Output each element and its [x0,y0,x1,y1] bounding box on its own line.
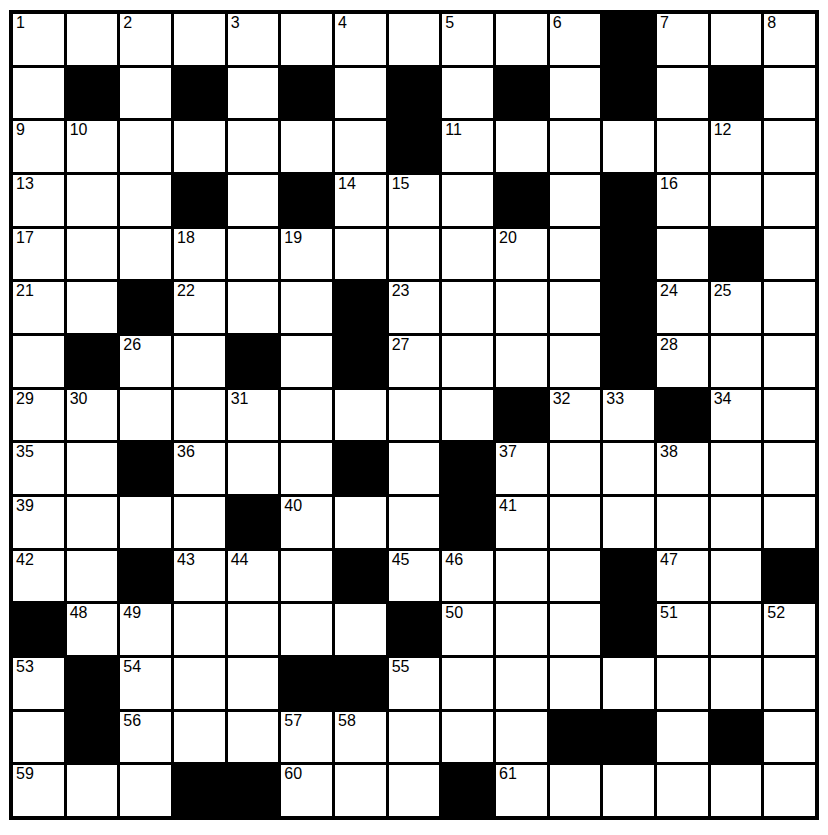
cell-r7c10[interactable] [496,336,547,387]
clue-number: 13 [16,176,34,193]
clue-number: 1 [16,15,25,32]
cell-r11c11[interactable] [550,551,601,602]
clue-number: 52 [767,605,785,622]
cell-r15c7[interactable] [335,765,386,816]
cell-r5c13[interactable] [657,229,708,280]
cell-r2c3[interactable] [120,68,171,119]
clue-number: 18 [177,230,195,247]
cell-r5c4[interactable]: 18 [174,229,225,280]
cell-r7c13[interactable]: 28 [657,336,708,387]
cell-r2c15[interactable] [764,68,815,119]
cell-r7c3[interactable]: 26 [120,336,171,387]
cell-r6c7 [335,282,386,333]
cell-r6c4[interactable]: 22 [174,282,225,333]
cell-r4c11[interactable] [550,175,601,226]
cell-r5c10[interactable]: 20 [496,229,547,280]
cell-r4c2[interactable] [67,175,118,226]
cell-r14c2 [67,712,118,763]
cell-r14c15[interactable] [764,712,815,763]
cell-r1c6[interactable] [281,14,332,65]
cell-r3c3[interactable] [120,121,171,172]
clue-number: 54 [123,659,141,676]
clue-number: 24 [660,283,678,300]
clue-number: 28 [660,337,678,354]
cell-r14c12 [603,712,654,763]
cell-r8c10 [496,390,547,441]
clue-number: 33 [606,391,624,408]
cell-r3c5[interactable] [228,121,279,172]
cell-r10c2[interactable] [67,497,118,548]
cell-r4c4 [174,175,225,226]
cell-r7c2 [67,336,118,387]
cell-r10c14[interactable] [711,497,762,548]
cell-r1c9[interactable]: 5 [442,14,493,65]
cell-r2c9[interactable] [442,68,493,119]
cell-r15c2[interactable] [67,765,118,816]
cell-r4c14[interactable] [711,175,762,226]
cell-r13c11[interactable] [550,658,601,709]
cell-r11c4[interactable]: 43 [174,551,225,602]
cell-r15c5 [228,765,279,816]
cell-r3c9[interactable]: 11 [442,121,493,172]
cell-r5c3[interactable] [120,229,171,280]
cell-r13c6 [281,658,332,709]
cell-r10c15[interactable] [764,497,815,548]
clue-number: 3 [231,15,240,32]
cell-r7c4[interactable] [174,336,225,387]
cell-r7c8[interactable]: 27 [389,336,440,387]
cell-r11c13[interactable]: 47 [657,551,708,602]
cell-r9c7 [335,443,386,494]
clue-number: 31 [231,391,249,408]
cell-r5c2[interactable] [67,229,118,280]
clue-number: 36 [177,444,195,461]
cell-r11c1[interactable]: 42 [13,551,64,602]
clue-number: 41 [499,498,517,515]
cell-r9c2[interactable] [67,443,118,494]
cell-r8c9[interactable] [442,390,493,441]
cell-r3c2[interactable]: 10 [67,121,118,172]
cell-r2c4 [174,68,225,119]
cell-r3c4[interactable] [174,121,225,172]
cell-r2c10 [496,68,547,119]
cell-r12c2[interactable]: 48 [67,604,118,655]
cell-r8c8[interactable] [389,390,440,441]
cell-r11c15 [764,551,815,602]
cell-r9c4[interactable]: 36 [174,443,225,494]
cell-r15c15[interactable] [764,765,815,816]
cell-r14c3[interactable]: 56 [120,712,171,763]
cell-r12c14[interactable] [711,604,762,655]
cell-r11c6[interactable] [281,551,332,602]
cell-r9c14[interactable] [711,443,762,494]
cell-r3c8 [389,121,440,172]
clue-number: 39 [16,498,34,515]
cell-r13c8[interactable]: 55 [389,658,440,709]
cell-r3c10[interactable] [496,121,547,172]
cell-r6c2[interactable] [67,282,118,333]
cell-r7c1[interactable] [13,336,64,387]
cell-r8c5[interactable]: 31 [228,390,279,441]
clue-number: 38 [660,444,678,461]
cell-r12c12 [603,604,654,655]
clue-number: 35 [16,444,34,461]
cell-r12c11[interactable] [550,604,601,655]
cell-r13c12[interactable] [603,658,654,709]
cell-r15c13[interactable] [657,765,708,816]
cell-r1c14[interactable] [711,14,762,65]
cell-r13c5[interactable] [228,658,279,709]
cell-r14c1[interactable] [13,712,64,763]
cell-r2c5[interactable] [228,68,279,119]
cell-r11c2[interactable] [67,551,118,602]
cell-r6c5[interactable] [228,282,279,333]
cell-r15c3[interactable] [120,765,171,816]
cell-r8c14[interactable]: 34 [711,390,762,441]
cell-r12c5[interactable] [228,604,279,655]
cell-r14c10[interactable] [496,712,547,763]
cell-r15c4 [174,765,225,816]
cell-r9c11[interactable] [550,443,601,494]
cell-r11c10[interactable] [496,551,547,602]
cell-r15c1[interactable]: 59 [13,765,64,816]
cell-r6c12 [603,282,654,333]
cell-r14c5[interactable] [228,712,279,763]
cell-r3c15[interactable] [764,121,815,172]
cell-r14c14 [711,712,762,763]
cell-r13c10[interactable] [496,658,547,709]
cell-r2c7[interactable] [335,68,386,119]
clue-number: 29 [16,391,34,408]
cell-r3c12[interactable] [603,121,654,172]
cell-r7c9[interactable] [442,336,493,387]
cell-r12c8 [389,604,440,655]
cell-r4c10 [496,175,547,226]
cell-r11c12 [603,551,654,602]
cell-r12c4[interactable] [174,604,225,655]
clue-number: 23 [392,283,410,300]
clue-number: 34 [714,391,732,408]
cell-r10c1[interactable]: 39 [13,497,64,548]
clue-number: 2 [123,15,132,32]
cell-r5c9[interactable] [442,229,493,280]
clue-number: 8 [767,15,776,32]
cell-r1c11[interactable]: 6 [550,14,601,65]
cell-r1c1[interactable]: 1 [13,14,64,65]
cell-r4c13[interactable]: 16 [657,175,708,226]
cell-r15c8[interactable] [389,765,440,816]
clue-number: 48 [70,605,88,622]
cell-r3c1[interactable]: 9 [13,121,64,172]
cell-r5c12 [603,229,654,280]
clue-number: 22 [177,283,195,300]
cell-r8c4[interactable] [174,390,225,441]
cell-r6c1[interactable]: 21 [13,282,64,333]
cell-r7c14[interactable] [711,336,762,387]
cell-r10c10[interactable]: 41 [496,497,547,548]
clue-number: 55 [392,659,410,676]
cell-r1c13[interactable]: 7 [657,14,708,65]
cell-r8c1[interactable]: 29 [13,390,64,441]
cell-r6c10[interactable] [496,282,547,333]
clue-number: 46 [445,552,463,569]
cell-r7c15[interactable] [764,336,815,387]
cell-r14c11 [550,712,601,763]
cell-r4c7[interactable]: 14 [335,175,386,226]
cell-r12c13[interactable]: 51 [657,604,708,655]
cell-r2c8 [389,68,440,119]
clue-number: 37 [499,444,517,461]
cell-r1c5[interactable]: 3 [228,14,279,65]
clue-number: 20 [499,230,517,247]
cell-r6c6[interactable] [281,282,332,333]
crossword-grid: 1234567891011121314151617181920212223242… [9,10,819,820]
cell-r14c6[interactable]: 57 [281,712,332,763]
clue-number: 11 [445,122,462,139]
clue-number: 19 [284,230,302,247]
cell-r2c11[interactable] [550,68,601,119]
cell-r11c14[interactable] [711,551,762,602]
cell-r15c12[interactable] [603,765,654,816]
cell-r7c6[interactable] [281,336,332,387]
cell-r4c9[interactable] [442,175,493,226]
cell-r9c10[interactable]: 37 [496,443,547,494]
cell-r13c15[interactable] [764,658,815,709]
cell-r3c11[interactable] [550,121,601,172]
cell-r1c2[interactable] [67,14,118,65]
cell-r4c12 [603,175,654,226]
cell-r5c15[interactable] [764,229,815,280]
clue-number: 7 [660,15,669,32]
cell-r6c9[interactable] [442,282,493,333]
cell-r4c3[interactable] [120,175,171,226]
clue-number: 50 [445,605,463,622]
cell-r12c10[interactable] [496,604,547,655]
clue-number: 26 [123,337,141,354]
cell-r3c14[interactable]: 12 [711,121,762,172]
cell-r5c5[interactable] [228,229,279,280]
cell-r10c3[interactable] [120,497,171,548]
cell-r7c7 [335,336,386,387]
cell-r9c1[interactable]: 35 [13,443,64,494]
cell-r5c6[interactable]: 19 [281,229,332,280]
cell-r11c7 [335,551,386,602]
cell-r6c15[interactable] [764,282,815,333]
cell-r10c12[interactable] [603,497,654,548]
clue-number: 6 [553,15,562,32]
cell-r5c8[interactable] [389,229,440,280]
cell-r10c8[interactable] [389,497,440,548]
cell-r8c11[interactable]: 32 [550,390,601,441]
cell-r9c5[interactable] [228,443,279,494]
cell-r15c11[interactable] [550,765,601,816]
cell-r8c13 [657,390,708,441]
cell-r15c10[interactable]: 61 [496,765,547,816]
cell-r1c8[interactable] [389,14,440,65]
cell-r2c6 [281,68,332,119]
cell-r10c5 [228,497,279,548]
cell-r13c4[interactable] [174,658,225,709]
cell-r11c8[interactable]: 45 [389,551,440,602]
cell-r10c7[interactable] [335,497,386,548]
cell-r3c6[interactable] [281,121,332,172]
cell-r6c14[interactable]: 25 [711,282,762,333]
cell-r12c15[interactable]: 52 [764,604,815,655]
cell-r14c7[interactable]: 58 [335,712,386,763]
clue-number: 53 [16,659,34,676]
cell-r13c7 [335,658,386,709]
clue-number: 27 [392,337,410,354]
cell-r2c12 [603,68,654,119]
clue-number: 51 [660,605,678,622]
cell-r1c10[interactable] [496,14,547,65]
cell-r8c6[interactable] [281,390,332,441]
cell-r2c14 [711,68,762,119]
clue-number: 16 [660,176,678,193]
cell-r6c8[interactable]: 23 [389,282,440,333]
cell-r10c4[interactable] [174,497,225,548]
cell-r14c8[interactable] [389,712,440,763]
cell-r5c7[interactable] [335,229,386,280]
clue-number: 49 [123,605,141,622]
cell-r1c3[interactable]: 2 [120,14,171,65]
cell-r6c11[interactable] [550,282,601,333]
cell-r13c9[interactable] [442,658,493,709]
cell-r1c4[interactable] [174,14,225,65]
clue-number: 47 [660,552,678,569]
cell-r4c6 [281,175,332,226]
cell-r7c12 [603,336,654,387]
cell-r13c2 [67,658,118,709]
clue-number: 12 [714,122,732,139]
cell-r12c3[interactable]: 49 [120,604,171,655]
cell-r15c6[interactable]: 60 [281,765,332,816]
cell-r8c12[interactable]: 33 [603,390,654,441]
clue-number: 9 [16,122,25,139]
cell-r3c7[interactable] [335,121,386,172]
cell-r9c6[interactable] [281,443,332,494]
cell-r4c1[interactable]: 13 [13,175,64,226]
cell-r8c2[interactable]: 30 [67,390,118,441]
clue-number: 4 [338,15,347,32]
clue-number: 14 [338,176,356,193]
clue-number: 59 [16,766,34,783]
cell-r9c12[interactable] [603,443,654,494]
cell-r12c7[interactable] [335,604,386,655]
clue-number: 43 [177,552,195,569]
cell-r13c3[interactable]: 54 [120,658,171,709]
clue-number: 44 [231,552,249,569]
clue-number: 45 [392,552,410,569]
cell-r13c13[interactable] [657,658,708,709]
clue-number: 58 [338,713,356,730]
cell-r8c7[interactable] [335,390,386,441]
cell-r13c14[interactable] [711,658,762,709]
cell-r4c8[interactable]: 15 [389,175,440,226]
clue-number: 61 [499,766,517,783]
clue-number: 10 [70,122,88,139]
cell-r1c7[interactable]: 4 [335,14,386,65]
clue-number: 17 [16,230,34,247]
clue-number: 57 [284,713,302,730]
cell-r10c6[interactable]: 40 [281,497,332,548]
clue-number: 21 [16,283,34,300]
cell-r14c9[interactable] [442,712,493,763]
cell-r12c9[interactable]: 50 [442,604,493,655]
cell-r2c1[interactable] [13,68,64,119]
cell-r9c13[interactable]: 38 [657,443,708,494]
cell-r15c9 [442,765,493,816]
cell-r3c13[interactable] [657,121,708,172]
clue-number: 5 [445,15,454,32]
cell-r8c3[interactable] [120,390,171,441]
cell-r2c2 [67,68,118,119]
clue-number: 40 [284,498,302,515]
cell-r9c15[interactable] [764,443,815,494]
cell-r5c14 [711,229,762,280]
cell-r4c15[interactable] [764,175,815,226]
clue-number: 25 [714,283,732,300]
cell-r8c15[interactable] [764,390,815,441]
cell-r9c8[interactable] [389,443,440,494]
cell-r4c5[interactable] [228,175,279,226]
clue-number: 15 [392,176,410,193]
cell-r9c9 [442,443,493,494]
cell-r1c12 [603,14,654,65]
cell-r10c9 [442,497,493,548]
cell-r13c1[interactable]: 53 [13,658,64,709]
cell-r9c3 [120,443,171,494]
cell-r1c15[interactable]: 8 [764,14,815,65]
clue-number: 56 [123,713,141,730]
crossword-board: 1234567891011121314151617181920212223242… [9,10,819,820]
cell-r2c13[interactable] [657,68,708,119]
cell-r6c13[interactable]: 24 [657,282,708,333]
cell-r7c11[interactable] [550,336,601,387]
cell-r15c14[interactable] [711,765,762,816]
clue-number: 60 [284,766,302,783]
cell-r5c11[interactable] [550,229,601,280]
cell-r11c3 [120,551,171,602]
cell-r11c5[interactable]: 44 [228,551,279,602]
cell-r14c13[interactable] [657,712,708,763]
cell-r10c11[interactable] [550,497,601,548]
cell-r12c6[interactable] [281,604,332,655]
cell-r14c4[interactable] [174,712,225,763]
cell-r11c9[interactable]: 46 [442,551,493,602]
clue-number: 32 [553,391,571,408]
clue-number: 42 [16,552,34,569]
cell-r6c3 [120,282,171,333]
cell-r7c5 [228,336,279,387]
cell-r10c13[interactable] [657,497,708,548]
cell-r5c1[interactable]: 17 [13,229,64,280]
clue-number: 30 [70,391,88,408]
cell-r12c1 [13,604,64,655]
